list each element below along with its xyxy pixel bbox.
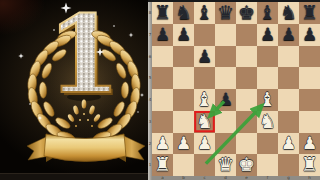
square-f8[interactable]: ♝	[257, 2, 278, 24]
square-h6[interactable]	[299, 46, 320, 68]
square-h8[interactable]: ♜	[299, 2, 320, 24]
bottom-strip	[0, 173, 148, 180]
white-king: ♚	[236, 154, 257, 176]
square-c6[interactable]: ♟	[194, 46, 215, 68]
square-g6[interactable]	[278, 46, 299, 68]
square-d7[interactable]	[215, 24, 236, 46]
black-queen: ♛	[215, 2, 236, 24]
square-b1[interactable]	[173, 154, 194, 176]
ribbon-banner	[27, 134, 145, 162]
square-a6[interactable]	[152, 46, 173, 68]
square-c2[interactable]: ♟	[194, 133, 215, 155]
square-a7[interactable]: ♟	[152, 24, 173, 46]
black-pawn: ♟	[215, 89, 236, 111]
square-c4[interactable]: ♝	[194, 89, 215, 111]
file-label-e: e	[236, 176, 257, 180]
black-rook: ♜	[152, 2, 173, 24]
black-pawn: ♟	[152, 24, 173, 46]
square-a1[interactable]: ♜	[152, 154, 173, 176]
file-label-g: g	[278, 176, 299, 180]
black-pawn: ♟	[299, 24, 320, 46]
square-c7[interactable]	[194, 24, 215, 46]
square-g5[interactable]	[278, 67, 299, 89]
file-labels: abcdefgh	[152, 176, 320, 180]
black-pawn: ♟	[194, 46, 215, 68]
square-b4[interactable]	[173, 89, 194, 111]
square-c3[interactable]: ♞	[194, 111, 215, 133]
square-f5[interactable]	[257, 67, 278, 89]
black-knight: ♞	[173, 2, 194, 24]
file-label-b: b	[173, 176, 194, 180]
square-e8[interactable]: ♚	[236, 2, 257, 24]
black-pawn: ♟	[173, 24, 194, 46]
white-knight: ♞	[194, 111, 215, 133]
file-label-f: f	[257, 176, 278, 180]
white-queen: ♛	[215, 154, 236, 176]
square-g8[interactable]: ♞	[278, 2, 299, 24]
square-g1[interactable]	[278, 154, 299, 176]
chess-board: ♜♞♝♛♚♝♞♜♟♟♟♟♟♟♝♟♝♞♞♟♟♟♟♟♜♛♚♜	[152, 2, 320, 176]
white-rook: ♜	[299, 154, 320, 176]
square-b6[interactable]	[173, 46, 194, 68]
square-b5[interactable]	[173, 67, 194, 89]
square-a5[interactable]	[152, 67, 173, 89]
award-panel: 1 1	[0, 0, 148, 180]
black-king: ♚	[236, 2, 257, 24]
black-pawn: ♟	[257, 24, 278, 46]
square-h7[interactable]: ♟	[299, 24, 320, 46]
square-d6[interactable]	[215, 46, 236, 68]
square-g7[interactable]: ♟	[278, 24, 299, 46]
square-b7[interactable]: ♟	[173, 24, 194, 46]
white-pawn: ♟	[194, 133, 215, 155]
square-h1[interactable]: ♜	[299, 154, 320, 176]
file-label-d: d	[215, 176, 236, 180]
square-e4[interactable]	[236, 89, 257, 111]
square-d5[interactable]	[215, 67, 236, 89]
square-b8[interactable]: ♞	[173, 2, 194, 24]
black-knight: ♞	[278, 2, 299, 24]
white-pawn: ♟	[299, 133, 320, 155]
file-label-h: h	[299, 176, 320, 180]
square-b3[interactable]	[173, 111, 194, 133]
square-b2[interactable]: ♟	[173, 133, 194, 155]
square-e3[interactable]	[236, 111, 257, 133]
square-a2[interactable]: ♟	[152, 133, 173, 155]
square-f3[interactable]: ♞	[257, 111, 278, 133]
square-e2[interactable]	[236, 133, 257, 155]
square-d2[interactable]	[215, 133, 236, 155]
square-c1[interactable]	[194, 154, 215, 176]
square-d4[interactable]: ♟	[215, 89, 236, 111]
square-h5[interactable]	[299, 67, 320, 89]
white-bishop: ♝	[257, 89, 278, 111]
square-g3[interactable]	[278, 111, 299, 133]
square-e7[interactable]	[236, 24, 257, 46]
square-f1[interactable]	[257, 154, 278, 176]
square-f2[interactable]	[257, 133, 278, 155]
chess-board-frame: 87654321 ♜♞♝♛♚♝♞♜♟♟♟♟♟♟♝♟♝♞♞♟♟♟♟♟♜♛♚♜ ab…	[148, 0, 320, 180]
square-a4[interactable]	[152, 89, 173, 111]
square-e6[interactable]	[236, 46, 257, 68]
black-bishop: ♝	[194, 2, 215, 24]
square-e1[interactable]: ♚	[236, 154, 257, 176]
square-d1[interactable]: ♛	[215, 154, 236, 176]
file-label-c: c	[194, 176, 215, 180]
square-d3[interactable]	[215, 111, 236, 133]
square-g2[interactable]: ♟	[278, 133, 299, 155]
square-f6[interactable]	[257, 46, 278, 68]
black-rook: ♜	[299, 2, 320, 24]
square-a8[interactable]: ♜	[152, 2, 173, 24]
black-pawn: ♟	[278, 24, 299, 46]
square-g4[interactable]	[278, 89, 299, 111]
square-h2[interactable]: ♟	[299, 133, 320, 155]
square-h4[interactable]	[299, 89, 320, 111]
square-f4[interactable]: ♝	[257, 89, 278, 111]
square-e5[interactable]	[236, 67, 257, 89]
white-pawn: ♟	[173, 133, 194, 155]
thumbnail: 1 1	[0, 0, 320, 180]
file-label-a: a	[152, 176, 173, 180]
laurel-wreath-graphic: 1 1	[0, 0, 148, 180]
white-bishop: ♝	[194, 89, 215, 111]
square-h3[interactable]	[299, 111, 320, 133]
white-rook: ♜	[152, 154, 173, 176]
square-f7[interactable]: ♟	[257, 24, 278, 46]
square-d8[interactable]: ♛	[215, 2, 236, 24]
white-pawn: ♟	[278, 133, 299, 155]
square-c8[interactable]: ♝	[194, 2, 215, 24]
white-knight: ♞	[257, 111, 278, 133]
black-bishop: ♝	[257, 2, 278, 24]
square-c5[interactable]	[194, 67, 215, 89]
white-pawn: ♟	[152, 133, 173, 155]
square-a3[interactable]	[152, 111, 173, 133]
